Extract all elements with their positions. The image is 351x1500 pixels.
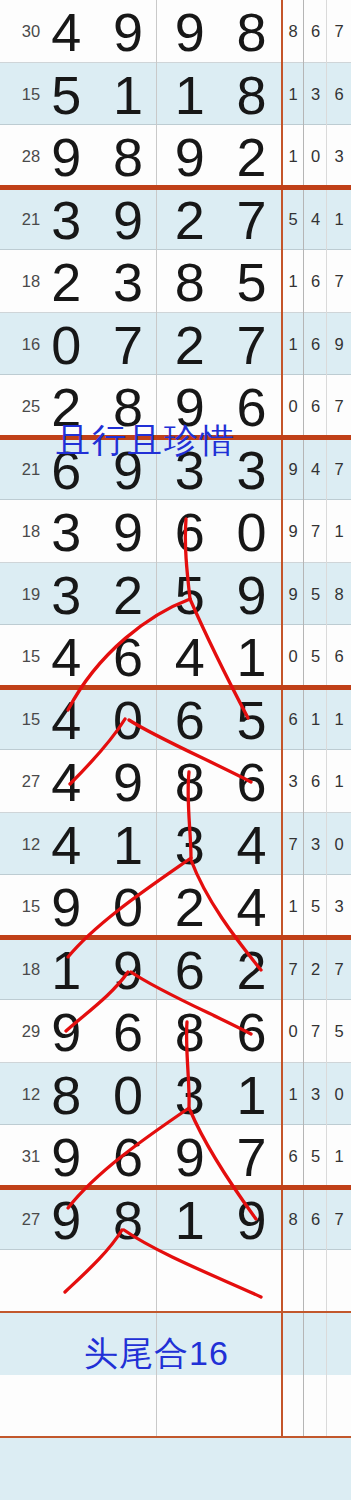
trend-line [187, 1022, 190, 1108]
trend-line [124, 1230, 261, 1297]
trend-line [65, 1230, 122, 1292]
trend-line [188, 772, 191, 858]
trend-line [68, 858, 191, 957]
trend-line [68, 599, 190, 710]
trend-line [68, 1108, 189, 1208]
trend-line [66, 972, 128, 1031]
trend-line [190, 599, 248, 718]
trend-lines-overlay [0, 0, 351, 1500]
lottery-trend-board: 3049988671551181362898921032139275411823… [0, 0, 351, 1500]
trend-line [185, 519, 190, 599]
trend-line [190, 1110, 256, 1219]
trend-line [131, 972, 251, 1034]
trend-line [70, 719, 125, 784]
trend-line [191, 860, 261, 970]
